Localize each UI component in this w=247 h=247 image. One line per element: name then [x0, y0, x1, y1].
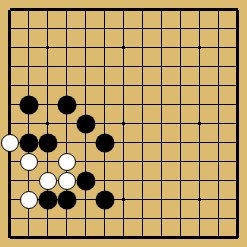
- intersection-c4r9[interactable]: [76, 171, 95, 190]
- white-stone: [58, 153, 76, 171]
- intersection-c5r5[interactable]: [95, 95, 114, 114]
- intersection-c0r6[interactable]: [0, 114, 19, 133]
- intersection-c9r8[interactable]: [171, 152, 190, 171]
- intersection-c2r10[interactable]: [38, 190, 57, 209]
- intersection-c1r11[interactable]: [19, 209, 38, 228]
- white-stone: [1, 134, 19, 152]
- intersection-c11r3[interactable]: [209, 57, 228, 76]
- black-stone: [38, 190, 57, 209]
- intersection-c6r11[interactable]: [114, 209, 133, 228]
- intersection-c4r1[interactable]: [76, 19, 95, 38]
- intersection-c12r1[interactable]: [228, 19, 247, 38]
- intersection-c7r8[interactable]: [133, 152, 152, 171]
- intersection-c6r9[interactable]: [114, 171, 133, 190]
- intersection-c1r3[interactable]: [19, 57, 38, 76]
- intersection-c7r0[interactable]: [133, 0, 152, 19]
- intersection-c6r3[interactable]: [114, 57, 133, 76]
- intersection-c9r4[interactable]: [171, 76, 190, 95]
- intersection-c3r6[interactable]: [57, 114, 76, 133]
- black-stone: [76, 171, 95, 190]
- intersection-c10r5[interactable]: [190, 95, 209, 114]
- intersection-c12r8[interactable]: [228, 152, 247, 171]
- intersection-c7r9[interactable]: [133, 171, 152, 190]
- intersection-c8r9[interactable]: [152, 171, 171, 190]
- intersection-c1r6[interactable]: [19, 114, 38, 133]
- intersection-c9r2[interactable]: [171, 38, 190, 57]
- intersection-c0r7[interactable]: [0, 133, 19, 152]
- intersection-c1r8[interactable]: [19, 152, 38, 171]
- intersection-c10r3[interactable]: [190, 57, 209, 76]
- intersection-c7r12[interactable]: [133, 228, 152, 247]
- black-stone: [57, 190, 76, 209]
- intersection-c4r0[interactable]: [76, 0, 95, 19]
- intersection-c1r2[interactable]: [19, 38, 38, 57]
- intersection-c9r6[interactable]: [171, 114, 190, 133]
- black-stone: [76, 114, 95, 133]
- intersection-c7r6[interactable]: [133, 114, 152, 133]
- intersection-c11r10[interactable]: [209, 190, 228, 209]
- intersection-c7r7[interactable]: [133, 133, 152, 152]
- intersection-c3r8[interactable]: [57, 152, 76, 171]
- intersection-c6r8[interactable]: [114, 152, 133, 171]
- intersection-c3r1[interactable]: [57, 19, 76, 38]
- intersection-c11r9[interactable]: [209, 171, 228, 190]
- intersection-c12r6[interactable]: [228, 114, 247, 133]
- intersection-c12r10[interactable]: [228, 190, 247, 209]
- intersection-c4r3[interactable]: [76, 57, 95, 76]
- intersection-c12r5[interactable]: [228, 95, 247, 114]
- intersection-c2r1[interactable]: [38, 19, 57, 38]
- intersection-c9r9[interactable]: [171, 171, 190, 190]
- intersection-c5r3[interactable]: [95, 57, 114, 76]
- intersection-c6r7[interactable]: [114, 133, 133, 152]
- intersection-c3r9[interactable]: [57, 171, 76, 190]
- intersection-c11r12[interactable]: [209, 228, 228, 247]
- intersection-c3r5[interactable]: [57, 95, 76, 114]
- intersection-c5r9[interactable]: [95, 171, 114, 190]
- intersection-c10r0[interactable]: [190, 0, 209, 19]
- intersection-c10r8[interactable]: [190, 152, 209, 171]
- intersection-c9r5[interactable]: [171, 95, 190, 114]
- black-stone: [19, 133, 38, 152]
- intersection-c5r2[interactable]: [95, 38, 114, 57]
- intersection-c0r0[interactable]: [0, 0, 19, 19]
- intersection-c9r1[interactable]: [171, 19, 190, 38]
- intersection-c8r6[interactable]: [152, 114, 171, 133]
- intersection-c12r11[interactable]: [228, 209, 247, 228]
- intersection-c8r0[interactable]: [152, 0, 171, 19]
- intersection-c11r5[interactable]: [209, 95, 228, 114]
- intersection-c4r4[interactable]: [76, 76, 95, 95]
- black-stone: [38, 133, 57, 152]
- intersection-c8r7[interactable]: [152, 133, 171, 152]
- intersection-c6r6[interactable]: [114, 114, 133, 133]
- intersection-c5r11[interactable]: [95, 209, 114, 228]
- intersection-c10r4[interactable]: [190, 76, 209, 95]
- intersection-c9r3[interactable]: [171, 57, 190, 76]
- intersection-c11r7[interactable]: [209, 133, 228, 152]
- intersection-c1r5[interactable]: [19, 95, 38, 114]
- black-stone: [95, 133, 114, 152]
- intersection-c8r11[interactable]: [152, 209, 171, 228]
- intersection-c8r2[interactable]: [152, 38, 171, 57]
- intersection-c12r2[interactable]: [228, 38, 247, 57]
- intersection-c11r0[interactable]: [209, 0, 228, 19]
- intersection-c8r8[interactable]: [152, 152, 171, 171]
- go-board: [0, 0, 247, 247]
- intersection-c12r9[interactable]: [228, 171, 247, 190]
- intersection-c4r2[interactable]: [76, 38, 95, 57]
- intersection-c11r1[interactable]: [209, 19, 228, 38]
- intersection-c5r1[interactable]: [95, 19, 114, 38]
- intersection-c5r6[interactable]: [95, 114, 114, 133]
- intersection-c10r1[interactable]: [190, 19, 209, 38]
- intersection-c2r2[interactable]: [38, 38, 57, 57]
- intersection-c6r4[interactable]: [114, 76, 133, 95]
- intersection-c7r2[interactable]: [133, 38, 152, 57]
- intersection-c1r4[interactable]: [19, 76, 38, 95]
- intersection-c4r6[interactable]: [76, 114, 95, 133]
- intersection-c5r12[interactable]: [95, 228, 114, 247]
- intersection-c4r5[interactable]: [76, 95, 95, 114]
- intersection-c10r9[interactable]: [190, 171, 209, 190]
- intersection-c6r10[interactable]: [114, 190, 133, 209]
- intersection-c11r2[interactable]: [209, 38, 228, 57]
- intersection-c9r7[interactable]: [171, 133, 190, 152]
- intersection-c0r9[interactable]: [0, 171, 19, 190]
- intersection-c1r0[interactable]: [19, 0, 38, 19]
- intersection-c4r11[interactable]: [76, 209, 95, 228]
- intersection-c7r1[interactable]: [133, 19, 152, 38]
- intersection-c4r10[interactable]: [76, 190, 95, 209]
- intersection-c8r1[interactable]: [152, 19, 171, 38]
- intersection-c7r3[interactable]: [133, 57, 152, 76]
- intersection-c1r9[interactable]: [19, 171, 38, 190]
- intersection-c4r7[interactable]: [76, 133, 95, 152]
- intersection-c10r7[interactable]: [190, 133, 209, 152]
- intersection-c9r10[interactable]: [171, 190, 190, 209]
- intersection-c3r2[interactable]: [57, 38, 76, 57]
- intersection-c6r12[interactable]: [114, 228, 133, 247]
- intersection-c0r4[interactable]: [0, 76, 19, 95]
- intersection-c2r9[interactable]: [38, 171, 57, 190]
- intersection-c5r8[interactable]: [95, 152, 114, 171]
- intersection-c5r7[interactable]: [95, 133, 114, 152]
- intersection-c6r5[interactable]: [114, 95, 133, 114]
- intersection-c2r11[interactable]: [38, 209, 57, 228]
- intersection-c3r4[interactable]: [57, 76, 76, 95]
- white-stone: [20, 153, 38, 171]
- intersection-c1r1[interactable]: [19, 19, 38, 38]
- intersection-c9r11[interactable]: [171, 209, 190, 228]
- intersection-c9r0[interactable]: [171, 0, 190, 19]
- intersection-c8r10[interactable]: [152, 190, 171, 209]
- intersection-c6r2[interactable]: [114, 38, 133, 57]
- intersection-c0r8[interactable]: [0, 152, 19, 171]
- intersection-c7r11[interactable]: [133, 209, 152, 228]
- intersection-c0r1[interactable]: [0, 19, 19, 38]
- intersection-c3r11[interactable]: [57, 209, 76, 228]
- intersection-c2r5[interactable]: [38, 95, 57, 114]
- intersection-c12r7[interactable]: [228, 133, 247, 152]
- intersection-c12r4[interactable]: [228, 76, 247, 95]
- intersection-c3r7[interactable]: [57, 133, 76, 152]
- intersection-c6r0[interactable]: [114, 0, 133, 19]
- intersection-c10r2[interactable]: [190, 38, 209, 57]
- white-stone: [20, 191, 38, 209]
- intersection-c1r7[interactable]: [19, 133, 38, 152]
- intersection-c10r12[interactable]: [190, 228, 209, 247]
- intersection-c0r3[interactable]: [0, 57, 19, 76]
- intersection-c11r6[interactable]: [209, 114, 228, 133]
- intersection-c12r12[interactable]: [228, 228, 247, 247]
- intersection-c2r7[interactable]: [38, 133, 57, 152]
- intersection-c10r6[interactable]: [190, 114, 209, 133]
- intersection-c2r8[interactable]: [38, 152, 57, 171]
- intersection-c3r10[interactable]: [57, 190, 76, 209]
- intersection-c5r0[interactable]: [95, 0, 114, 19]
- intersection-c11r4[interactable]: [209, 76, 228, 95]
- intersection-c11r8[interactable]: [209, 152, 228, 171]
- white-stone: [39, 172, 57, 190]
- intersection-c7r10[interactable]: [133, 190, 152, 209]
- intersection-c8r5[interactable]: [152, 95, 171, 114]
- intersection-c2r4[interactable]: [38, 76, 57, 95]
- intersection-c0r10[interactable]: [0, 190, 19, 209]
- intersection-c0r2[interactable]: [0, 38, 19, 57]
- board-intersections: [0, 0, 247, 247]
- intersection-c12r0[interactable]: [228, 0, 247, 19]
- intersection-c7r5[interactable]: [133, 95, 152, 114]
- intersection-c2r6[interactable]: [38, 114, 57, 133]
- intersection-c4r12[interactable]: [76, 228, 95, 247]
- intersection-c12r3[interactable]: [228, 57, 247, 76]
- intersection-c8r12[interactable]: [152, 228, 171, 247]
- intersection-c3r3[interactable]: [57, 57, 76, 76]
- intersection-c1r10[interactable]: [19, 190, 38, 209]
- intersection-c8r3[interactable]: [152, 57, 171, 76]
- intersection-c1r12[interactable]: [19, 228, 38, 247]
- black-stone: [19, 95, 38, 114]
- intersection-c6r1[interactable]: [114, 19, 133, 38]
- intersection-c0r5[interactable]: [0, 95, 19, 114]
- intersection-c11r11[interactable]: [209, 209, 228, 228]
- intersection-c0r12[interactable]: [0, 228, 19, 247]
- intersection-c8r4[interactable]: [152, 76, 171, 95]
- intersection-c2r3[interactable]: [38, 57, 57, 76]
- white-stone: [58, 172, 76, 190]
- intersection-c3r12[interactable]: [57, 228, 76, 247]
- intersection-c0r11[interactable]: [0, 209, 19, 228]
- black-stone: [57, 95, 76, 114]
- intersection-c4r8[interactable]: [76, 152, 95, 171]
- intersection-c5r10[interactable]: [95, 190, 114, 209]
- intersection-c2r0[interactable]: [38, 0, 57, 19]
- intersection-c10r10[interactable]: [190, 190, 209, 209]
- intersection-c3r0[interactable]: [57, 0, 76, 19]
- intersection-c5r4[interactable]: [95, 76, 114, 95]
- black-stone: [95, 190, 114, 209]
- intersection-c10r11[interactable]: [190, 209, 209, 228]
- intersection-c2r12[interactable]: [38, 228, 57, 247]
- intersection-c7r4[interactable]: [133, 76, 152, 95]
- intersection-c9r12[interactable]: [171, 228, 190, 247]
